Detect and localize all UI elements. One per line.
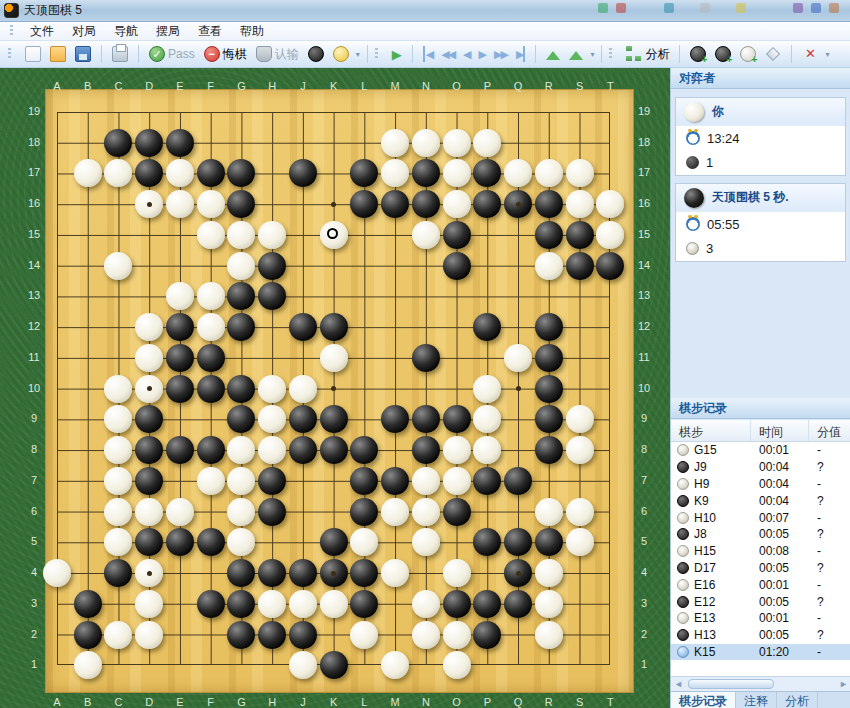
coord-label-row: 16 (23, 197, 45, 209)
white-stone-M6 (381, 498, 409, 526)
coord-label-row: 15 (23, 228, 45, 240)
move-score: ? (809, 595, 850, 609)
black-stone-K9 (320, 405, 348, 433)
black-stone-O14 (443, 252, 471, 280)
coord-label-col: R (538, 696, 560, 708)
white-move-stone-icon (677, 612, 689, 624)
white-stone-Q11 (504, 344, 532, 372)
black-move-stone-icon (677, 528, 689, 540)
black-stone-O6 (443, 498, 471, 526)
coord-label-col: F (200, 696, 222, 708)
coord-label-row: 10 (23, 382, 45, 394)
white-move-stone-icon (677, 444, 689, 456)
move-score: - (809, 611, 850, 625)
star-point (516, 202, 521, 207)
tab-2[interactable]: 分析 (777, 692, 818, 708)
black-stone-E8 (166, 436, 194, 464)
tab-1[interactable]: 注释 (736, 692, 777, 708)
menu-item-1[interactable]: 对局 (63, 21, 105, 42)
black-stone-F17 (197, 159, 225, 187)
black-stone-D18 (135, 129, 163, 157)
white-move-stone-icon (677, 545, 689, 557)
white-move-stone-icon (677, 579, 689, 591)
move-score: - (809, 511, 850, 525)
captured-white-stone-icon (686, 242, 699, 255)
new-game-button[interactable] (22, 43, 44, 65)
black-stone-L6 (350, 498, 378, 526)
coord-label-col: J (292, 696, 314, 708)
menu-item-2[interactable]: 导航 (105, 21, 147, 42)
coord-label-row: 19 (633, 105, 655, 117)
move-row-H9[interactable]: H900:04- (671, 476, 850, 493)
white-stone-O18 (443, 129, 471, 157)
white-stone-B1 (74, 651, 102, 679)
move-score: ? (809, 628, 850, 642)
delete-button[interactable]: ✕ (799, 43, 821, 65)
last-move-button[interactable]: ▶ (513, 43, 528, 65)
white-stone-S17 (566, 159, 594, 187)
white-stone-N7 (412, 467, 440, 495)
coord-label-row: 4 (633, 566, 655, 578)
move-score: ? (809, 460, 850, 474)
move-coord: H10 (694, 511, 716, 525)
app-icon (4, 3, 19, 18)
coord-label-col: C (107, 80, 129, 92)
coord-label-row: 14 (633, 259, 655, 271)
desktop-glass-artifact (736, 3, 746, 13)
coord-label-row: 1 (23, 658, 45, 670)
white-stone-J3 (289, 590, 317, 618)
coord-label-row: 1 (633, 658, 655, 670)
black-stone-H6 (258, 498, 286, 526)
white-stone-E6 (166, 498, 194, 526)
place-black-button[interactable] (687, 43, 709, 65)
coord-label-col: N (415, 80, 437, 92)
black-stone-E11 (166, 344, 194, 372)
first-move-button[interactable]: ◀ (420, 43, 435, 65)
black-stone-F10 (197, 375, 225, 403)
move-table-header: 棋步 时间 分值 (671, 420, 850, 442)
coord-label-row: 2 (633, 628, 655, 640)
first-move-icon: ◀ (423, 46, 432, 62)
back-button[interactable]: ◀ (460, 43, 472, 65)
go-board-zone: AABBCCDDEEFFGGHHJJKKLLMMNNOOPPQQRRSSTT19… (0, 68, 670, 708)
black-stone-icon (684, 188, 704, 208)
resign-button[interactable]: 认输 (253, 43, 302, 65)
star-point (331, 202, 336, 207)
toolbar-grip (10, 25, 13, 37)
white-stone-K15 (320, 221, 348, 249)
undo-minus-icon: − (204, 46, 220, 62)
coord-label-col: K (323, 696, 345, 708)
star-point (147, 386, 152, 391)
pass-label: Pass (168, 47, 195, 61)
black-stone-Q7 (504, 467, 532, 495)
panel-tabs: 棋步记录注释分析 (671, 691, 850, 708)
window-title: 天顶围棋 5 (24, 2, 82, 19)
move-time: 00:05 (751, 527, 809, 541)
black-move-stone-icon (677, 629, 689, 641)
coord-label-row: 4 (23, 566, 45, 578)
white-stone-L2 (350, 621, 378, 649)
coord-label-col: E (169, 80, 191, 92)
resign-label: 认输 (275, 46, 299, 63)
analyze-label: 分析 (645, 46, 669, 63)
coord-label-row: 19 (23, 105, 45, 117)
variation-back-button[interactable] (543, 43, 563, 65)
move-row-E13[interactable]: E1300:01- (671, 610, 850, 627)
coord-label-col: R (538, 80, 560, 92)
menu-item-4[interactable]: 查看 (189, 21, 231, 42)
desktop-glass-artifact (829, 3, 839, 13)
black-stone-J12 (289, 313, 317, 341)
white-stone-F13 (197, 282, 225, 310)
coord-label-row: 12 (633, 320, 655, 332)
black-stone-P3 (473, 590, 501, 618)
black-stone-H2 (258, 621, 286, 649)
black-stone-P2 (473, 621, 501, 649)
coord-label-col: D (138, 696, 160, 708)
black-stone-T14 (596, 252, 624, 280)
black-stone-E18 (166, 129, 194, 157)
white-stone-J10 (289, 375, 317, 403)
move-coord: E16 (694, 578, 715, 592)
black-stone-H14 (258, 252, 286, 280)
marker-button[interactable] (762, 43, 784, 65)
coord-label-row: 12 (23, 320, 45, 332)
menu-item-0[interactable]: 文件 (21, 21, 63, 42)
move-score: - (809, 477, 850, 491)
coord-label-col: K (323, 80, 345, 92)
coord-label-col: Q (507, 696, 529, 708)
black-move-stone-icon (677, 461, 689, 473)
toolbar-grip (8, 48, 11, 60)
move-coord: D17 (694, 561, 716, 575)
coord-label-col: M (384, 80, 406, 92)
fast-forward-icon: ▶▶ (494, 46, 507, 62)
print-button[interactable] (109, 43, 131, 65)
place-white-button[interactable] (737, 43, 759, 65)
move-time: 00:04 (751, 477, 809, 491)
coord-label-row: 10 (633, 382, 655, 394)
coord-label-col: P (476, 80, 498, 92)
white-stone-C10 (104, 375, 132, 403)
coord-label-row: 6 (23, 505, 45, 517)
player-time: 13:24 (707, 131, 740, 146)
black-stone-D7 (135, 467, 163, 495)
white-stone-P18 (473, 129, 501, 157)
white-stone-D3 (135, 590, 163, 618)
add-black-stone-icon (690, 46, 706, 62)
fast-forward-button[interactable]: ▶▶ (491, 43, 510, 65)
white-stone-R3 (535, 590, 563, 618)
horizontal-scrollbar[interactable]: ◄ ► (671, 676, 850, 691)
black-move-stone-icon (677, 495, 689, 507)
coord-label-row: 8 (633, 443, 655, 455)
scroll-left-arrow[interactable]: ◄ (671, 677, 686, 691)
pass-check-icon: ✓ (149, 46, 165, 62)
move-coord: H13 (694, 628, 716, 642)
coord-label-col: B (77, 80, 99, 92)
white-stone-F7 (197, 467, 225, 495)
white-stone-S8 (566, 436, 594, 464)
hint-button[interactable] (330, 43, 352, 65)
coord-label-col: F (200, 80, 222, 92)
star-point (516, 571, 521, 576)
white-stone-N3 (412, 590, 440, 618)
coord-label-col: B (77, 696, 99, 708)
black-stone-F8 (197, 436, 225, 464)
save-button[interactable] (72, 43, 94, 65)
tab-0[interactable]: 棋步记录 (671, 692, 736, 708)
white-stone-N15 (412, 221, 440, 249)
coord-label-row: 9 (23, 412, 45, 424)
star-point (516, 386, 521, 391)
black-stone-R16 (535, 190, 563, 218)
move-time: 00:01 (751, 443, 809, 457)
players-panel-header: 对弈者 (671, 68, 850, 89)
black-stone-O15 (443, 221, 471, 249)
coord-label-row: 13 (23, 289, 45, 301)
clock-icon (686, 217, 700, 231)
move-score: ? (809, 527, 850, 541)
black-stone-K12 (320, 313, 348, 341)
white-stone-O1 (443, 651, 471, 679)
move-row-H15[interactable]: H1500:08- (671, 543, 850, 560)
menu-item-3[interactable]: 摆局 (147, 21, 189, 42)
white-stone-N6 (412, 498, 440, 526)
place-black-big-button[interactable] (712, 43, 734, 65)
player-name: 你 (712, 103, 724, 120)
fast-back-button[interactable]: ◀◀ (438, 43, 457, 65)
move-time: 00:01 (751, 578, 809, 592)
move-score: - (809, 443, 850, 457)
move-coord: K15 (694, 645, 715, 659)
side-panel: 对弈者 你 13:24 1 天顶围棋 5 秒. 05:55 (670, 68, 850, 708)
analyze-button[interactable]: 分析 (623, 43, 672, 65)
save-icon (75, 46, 91, 62)
black-stone-G10 (227, 375, 255, 403)
black-stone-G2 (227, 621, 255, 649)
diamond-marker-icon (766, 47, 780, 61)
black-stone-S15 (566, 221, 594, 249)
pass-button[interactable]: ✓ Pass (146, 43, 198, 65)
coord-label-col: H (261, 80, 283, 92)
desktop-glass-artifact (793, 3, 803, 13)
coord-label-row: 5 (23, 535, 45, 547)
coord-label-row: 11 (23, 351, 45, 363)
hint-bulb-icon (333, 46, 349, 62)
coord-label-row: 7 (23, 474, 45, 486)
move-row-K9[interactable]: K900:04? (671, 492, 850, 509)
variation-forward-button[interactable] (566, 43, 586, 65)
move-coord: E13 (694, 611, 715, 625)
step-forward-icon: ▶ (479, 46, 485, 62)
white-stone-C2 (104, 621, 132, 649)
white-stone-G14 (227, 252, 255, 280)
coord-label-col: C (107, 696, 129, 708)
coord-label-row: 5 (633, 535, 655, 547)
move-score: ? (809, 494, 850, 508)
move-coord: J8 (694, 527, 707, 541)
branch-right-icon (569, 51, 583, 60)
desktop-glass-artifact (664, 3, 674, 13)
white-stone-D2 (135, 621, 163, 649)
toolbar-overflow[interactable]: ▾ (590, 50, 594, 59)
toolbar: ✓ Pass − 悔棋 认输 ▾ ▶ ◀ ◀◀ ◀ ▶ ▶▶ ▶ ▾ 分析 (0, 41, 850, 68)
black-stone-K1 (320, 651, 348, 679)
white-stone-M18 (381, 129, 409, 157)
coord-label-row: 17 (23, 166, 45, 178)
white-stone-icon (684, 102, 704, 122)
move-time: 00:05 (751, 595, 809, 609)
white-stone-R4 (535, 559, 563, 587)
coord-label-col: S (569, 696, 591, 708)
white-stone-O4 (443, 559, 471, 587)
white-move-stone-icon (677, 646, 689, 658)
auto-play-button[interactable]: ▶ (389, 43, 405, 65)
black-stone-J8 (289, 436, 317, 464)
white-stone-S9 (566, 405, 594, 433)
white-stone-K11 (320, 344, 348, 372)
move-row-E16[interactable]: E1600:01- (671, 576, 850, 593)
coord-label-col: P (476, 696, 498, 708)
star-point (147, 571, 152, 576)
add-black-stone-icon (715, 46, 731, 62)
toolbar-overflow[interactable]: ▾ (825, 50, 829, 59)
move-row-H10[interactable]: H1000:07- (671, 509, 850, 526)
captured-black-stone-icon (686, 156, 699, 169)
col-time: 时间 (751, 420, 809, 441)
scrollbar-thumb[interactable] (688, 679, 774, 689)
analysis-tree-icon (626, 46, 642, 62)
coord-label-row: 3 (23, 597, 45, 609)
move-coord: H15 (694, 544, 716, 558)
undo-label: 悔棋 (223, 46, 247, 63)
coord-label-row: 3 (633, 597, 655, 609)
black-stone-N11 (412, 344, 440, 372)
white-stone-D6 (135, 498, 163, 526)
step-backward-icon: ◀ (463, 46, 469, 62)
black-stone-R12 (535, 313, 563, 341)
move-row-J8[interactable]: J800:05? (671, 526, 850, 543)
black-stone-R10 (535, 375, 563, 403)
zenith-go-window: 天顶围棋 5 文件对局导航摆局查看帮助 ✓ Pass − 悔棋 认输 (0, 0, 850, 708)
white-stone-H10 (258, 375, 286, 403)
white-stone-S16 (566, 190, 594, 218)
move-time: 00:07 (751, 511, 809, 525)
undo-button[interactable]: − 悔棋 (201, 43, 250, 65)
col-score: 分值 (809, 420, 850, 441)
move-table-body: G1500:01-J900:04?H900:04-K900:04?H1000:0… (671, 442, 850, 660)
player-captures: 1 (706, 155, 713, 170)
coord-label-row: 15 (633, 228, 655, 240)
coord-label-row: 18 (23, 136, 45, 148)
coord-label-col: M (384, 696, 406, 708)
white-stone-H15 (258, 221, 286, 249)
add-white-stone-icon (740, 46, 756, 62)
black-move-stone-icon (677, 596, 689, 608)
title-bar[interactable]: 天顶围棋 5 (0, 0, 850, 22)
desktop-glass-artifact (700, 3, 710, 13)
move-row-J9[interactable]: J900:04? (671, 459, 850, 476)
forward-button[interactable]: ▶ (476, 43, 488, 65)
move-time: 00:05 (751, 628, 809, 642)
white-stone-R2 (535, 621, 563, 649)
move-row-H13[interactable]: H1300:05? (671, 627, 850, 644)
menu-bar: 文件对局导航摆局查看帮助 (0, 22, 850, 41)
delete-x-icon: ✕ (802, 46, 818, 62)
menu-item-5[interactable]: 帮助 (231, 21, 273, 42)
black-stone-K8 (320, 436, 348, 464)
black-stone-R8 (535, 436, 563, 464)
territory-button[interactable] (305, 43, 327, 65)
white-stone-A4 (43, 559, 71, 587)
toolbar-overflow[interactable]: ▾ (356, 50, 360, 59)
move-time: 00:04 (751, 494, 809, 508)
coord-label-col: D (138, 80, 160, 92)
white-stone-C6 (104, 498, 132, 526)
coord-label-col: S (569, 80, 591, 92)
moves-panel-header: 棋步记录 (671, 398, 850, 419)
open-button[interactable] (47, 43, 69, 65)
move-score: - (809, 645, 850, 659)
play-icon: ▶ (392, 47, 402, 62)
move-time: 01:20 (751, 645, 809, 659)
branch-left-icon (546, 51, 560, 60)
white-stone-R14 (535, 252, 563, 280)
white-stone-F16 (197, 190, 225, 218)
star-point (147, 202, 152, 207)
coord-label-col: T (599, 80, 621, 92)
coord-label-col: A (46, 80, 68, 92)
move-row-E12[interactable]: E1200:05? (671, 593, 850, 610)
white-move-stone-icon (677, 512, 689, 524)
coord-label-row: 6 (633, 505, 655, 517)
player-captures: 3 (706, 241, 713, 256)
col-move: 棋步 (671, 420, 751, 441)
stone-tool-icon (308, 46, 324, 62)
move-time: 00:01 (751, 611, 809, 625)
white-stone-H3 (258, 590, 286, 618)
coord-label-col: Q (507, 80, 529, 92)
desktop-glass-artifact (811, 3, 821, 13)
coord-label-row: 9 (633, 412, 655, 424)
move-row-G15[interactable]: G1500:01- (671, 442, 850, 459)
move-coord: J9 (694, 460, 707, 474)
white-stone-O17 (443, 159, 471, 187)
player-time: 05:55 (707, 217, 740, 232)
move-score: ? (809, 561, 850, 575)
scroll-right-arrow[interactable]: ► (836, 677, 850, 691)
last-move-marker (327, 228, 338, 239)
clock-icon (686, 131, 700, 145)
coord-label-col: O (446, 696, 468, 708)
white-stone-S5 (566, 528, 594, 556)
move-row-D17[interactable]: D1700:05? (671, 560, 850, 577)
desktop-glass-artifact (598, 3, 608, 13)
coord-label-row: 16 (633, 197, 655, 209)
white-stone-S6 (566, 498, 594, 526)
move-row-K15[interactable]: K1501:20- (671, 644, 850, 661)
move-coord: K9 (694, 494, 709, 508)
black-stone-B2 (74, 621, 102, 649)
black-stone-S14 (566, 252, 594, 280)
coord-label-col: N (415, 696, 437, 708)
coord-label-col: H (261, 696, 283, 708)
coord-label-row: 14 (23, 259, 45, 271)
coord-label-col: L (353, 696, 375, 708)
